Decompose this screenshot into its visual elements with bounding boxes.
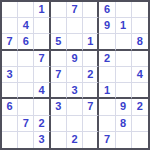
sudoku-cell-r3c1[interactable]: 7 [2, 34, 18, 50]
sudoku-cell-r9c9[interactable] [132, 132, 148, 148]
sudoku-cell-r8c4[interactable] [51, 116, 67, 132]
sudoku-cell-r7c3[interactable] [34, 99, 50, 115]
sudoku-cell-r1c6[interactable] [83, 2, 99, 18]
sudoku-cell-r4c9[interactable] [132, 51, 148, 67]
sudoku-cell-r9c2[interactable] [18, 132, 34, 148]
sudoku-cell-r3c3[interactable] [34, 34, 50, 50]
sudoku-cell-r8c7[interactable] [99, 116, 115, 132]
sudoku-cell-r6c7[interactable]: 1 [99, 83, 115, 99]
sudoku-cell-r1c1[interactable] [2, 2, 18, 18]
sudoku-cell-r6c4[interactable] [51, 83, 67, 99]
sudoku-cell-r4c3[interactable]: 7 [34, 51, 50, 67]
sudoku-cell-r8c2[interactable]: 7 [18, 116, 34, 132]
sudoku-cell-r5c9[interactable]: 4 [132, 67, 148, 83]
sudoku-cell-r8c9[interactable] [132, 116, 148, 132]
sudoku-cell-r4c5[interactable]: 9 [67, 51, 83, 67]
sudoku-cell-r5c3[interactable] [34, 67, 50, 83]
sudoku-cell-r6c8[interactable] [116, 83, 132, 99]
sudoku-cell-r4c4[interactable] [51, 51, 67, 67]
sudoku-board: 17649176518792372443163792728327 [0, 0, 150, 150]
sudoku-cell-r8c5[interactable] [67, 116, 83, 132]
sudoku-cell-r3c4[interactable]: 5 [51, 34, 67, 50]
sudoku-cell-r2c8[interactable]: 1 [116, 18, 132, 34]
sudoku-cell-r4c6[interactable] [83, 51, 99, 67]
sudoku-cell-r2c5[interactable] [67, 18, 83, 34]
sudoku-cell-r7c7[interactable] [99, 99, 115, 115]
sudoku-cell-r7c1[interactable]: 6 [2, 99, 18, 115]
sudoku-cell-r1c3[interactable]: 1 [34, 2, 50, 18]
sudoku-cell-r3c7[interactable] [99, 34, 115, 50]
sudoku-cell-r6c2[interactable] [18, 83, 34, 99]
sudoku-cell-r2c7[interactable]: 9 [99, 18, 115, 34]
sudoku-cell-r6c3[interactable]: 4 [34, 83, 50, 99]
sudoku-cell-r1c2[interactable] [18, 2, 34, 18]
sudoku-cell-r6c1[interactable] [2, 83, 18, 99]
sudoku-cell-r5c6[interactable]: 2 [83, 67, 99, 83]
sudoku-cell-r8c8[interactable]: 8 [116, 116, 132, 132]
sudoku-cell-r5c7[interactable] [99, 67, 115, 83]
sudoku-cell-r1c9[interactable] [132, 2, 148, 18]
sudoku-cell-r9c7[interactable]: 7 [99, 132, 115, 148]
sudoku-cell-r2c2[interactable]: 4 [18, 18, 34, 34]
sudoku-cell-r2c6[interactable] [83, 18, 99, 34]
sudoku-cell-r7c5[interactable] [67, 99, 83, 115]
sudoku-cell-r2c4[interactable] [51, 18, 67, 34]
sudoku-cell-r3c9[interactable]: 8 [132, 34, 148, 50]
sudoku-cell-r9c3[interactable]: 3 [34, 132, 50, 148]
sudoku-cell-r8c3[interactable]: 2 [34, 116, 50, 132]
sudoku-cell-r2c1[interactable] [2, 18, 18, 34]
sudoku-cell-r9c6[interactable] [83, 132, 99, 148]
sudoku-cell-r4c1[interactable] [2, 51, 18, 67]
sudoku-cell-r8c6[interactable] [83, 116, 99, 132]
sudoku-cell-r7c6[interactable]: 7 [83, 99, 99, 115]
sudoku-cell-r5c2[interactable] [18, 67, 34, 83]
sudoku-cell-r3c5[interactable] [67, 34, 83, 50]
sudoku-cell-r7c4[interactable]: 3 [51, 99, 67, 115]
sudoku-cell-r5c4[interactable]: 7 [51, 67, 67, 83]
sudoku-cell-r6c6[interactable] [83, 83, 99, 99]
sudoku-cell-r6c5[interactable]: 3 [67, 83, 83, 99]
sudoku-cell-r1c8[interactable] [116, 2, 132, 18]
sudoku-cell-r7c2[interactable] [18, 99, 34, 115]
sudoku-cell-r2c9[interactable] [132, 18, 148, 34]
sudoku-cell-r5c8[interactable] [116, 67, 132, 83]
sudoku-cell-r3c8[interactable] [116, 34, 132, 50]
sudoku-cell-r5c5[interactable] [67, 67, 83, 83]
sudoku-cell-r5c1[interactable]: 3 [2, 67, 18, 83]
sudoku-cell-r4c2[interactable] [18, 51, 34, 67]
sudoku-cell-r9c1[interactable] [2, 132, 18, 148]
sudoku-cell-r6c9[interactable] [132, 83, 148, 99]
sudoku-cell-r4c7[interactable]: 2 [99, 51, 115, 67]
sudoku-cell-r9c5[interactable]: 2 [67, 132, 83, 148]
sudoku-cell-r3c6[interactable]: 1 [83, 34, 99, 50]
sudoku-cell-r7c8[interactable]: 9 [116, 99, 132, 115]
sudoku-cell-r9c8[interactable] [116, 132, 132, 148]
sudoku-cell-r1c4[interactable] [51, 2, 67, 18]
sudoku-cell-r4c8[interactable] [116, 51, 132, 67]
sudoku-cell-r7c9[interactable]: 2 [132, 99, 148, 115]
sudoku-cell-r1c7[interactable]: 6 [99, 2, 115, 18]
sudoku-cell-r8c1[interactable] [2, 116, 18, 132]
sudoku-cell-r9c4[interactable] [51, 132, 67, 148]
sudoku-cell-r1c5[interactable]: 7 [67, 2, 83, 18]
sudoku-cell-r2c3[interactable] [34, 18, 50, 34]
sudoku-cell-r3c2[interactable]: 6 [18, 34, 34, 50]
